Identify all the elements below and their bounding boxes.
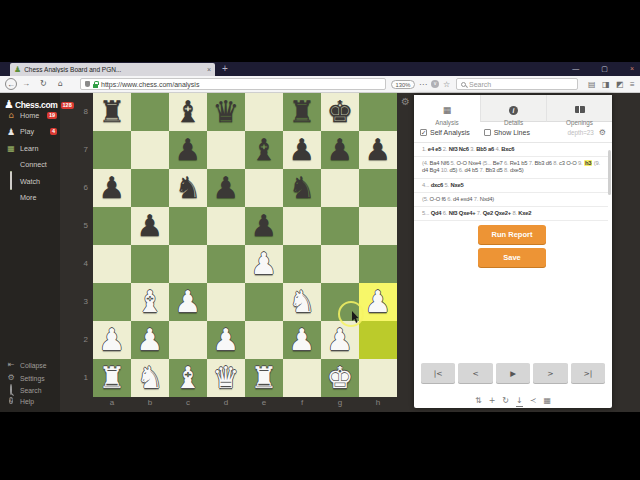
tab-openings[interactable]: Openings [546, 95, 612, 122]
square-a3[interactable] [93, 283, 131, 321]
square-f4[interactable] [283, 245, 321, 283]
square-b5[interactable]: ♟ [131, 207, 169, 245]
square-f6[interactable]: ♞ [283, 169, 321, 207]
rank-label-4: 4 [76, 245, 88, 283]
window-minimize-button[interactable]: — [572, 62, 579, 76]
move-token[interactable]: b5 [521, 160, 527, 166]
move-number: 10. [441, 167, 448, 173]
move-token[interactable]: Nf6 [441, 160, 449, 166]
square-a5[interactable] [93, 207, 131, 245]
move-number: 2. [443, 146, 447, 152]
analysis-panel: ▦ Analysis i Details Openings ✓ Self Ana… [414, 95, 612, 408]
black-pawn-d6[interactable]: ♟ [207, 169, 245, 207]
sidebar-item-connect[interactable]: Connect [0, 157, 60, 173]
square-g7[interactable]: ♟ [321, 131, 359, 169]
black-pawn-a6[interactable]: ♟ [93, 169, 131, 207]
cursor-highlight-ring [338, 301, 364, 327]
settings-gear-icon: ⚙ [6, 373, 16, 383]
play-badge: 4 [50, 128, 57, 135]
square-b3[interactable]: ♝ [131, 283, 169, 321]
browser-tab[interactable]: ♟ Chess Analysis Board and PGN... × [10, 63, 215, 76]
move-number: 8. [512, 210, 516, 216]
sidebar-item-learn[interactable]: ▦ Learn [0, 140, 60, 156]
white-knight-f3[interactable]: ♞ [283, 283, 321, 321]
reload-button[interactable]: ↻ [40, 78, 47, 90]
move-token[interactable]: d4 [422, 167, 428, 173]
move-token[interactable]: Nxd4) [480, 196, 494, 202]
window-close-button[interactable]: × [630, 62, 634, 76]
square-e1[interactable]: ♜ [245, 359, 283, 397]
square-h8[interactable] [359, 93, 397, 131]
show-lines-checkbox[interactable] [484, 129, 491, 136]
rank-label-7: 7 [76, 131, 88, 169]
watch-icon [5, 172, 17, 190]
file-label-h: h [359, 397, 397, 409]
square-e5[interactable]: ♟ [245, 207, 283, 245]
square-d4[interactable] [207, 245, 245, 283]
file-label-a: a [93, 397, 131, 409]
square-a4[interactable] [93, 245, 131, 283]
square-e3[interactable] [245, 283, 283, 321]
square-h3[interactable]: ♟ [359, 283, 397, 321]
tab-close-icon[interactable]: × [207, 66, 211, 73]
square-e7[interactable]: ♝ [245, 131, 283, 169]
white-pawn-h3[interactable]: ♟ [359, 283, 397, 321]
white-king-g1[interactable]: ♚ [321, 359, 359, 397]
collapse-icon: ⇤ [6, 360, 16, 370]
rank-label-8: 8 [76, 93, 88, 131]
black-king-g8[interactable]: ♚ [321, 93, 359, 131]
square-f1[interactable] [283, 359, 321, 397]
move-token[interactable]: a6 [488, 146, 494, 152]
square-d3[interactable] [207, 283, 245, 321]
file-label-f: f [283, 397, 321, 409]
move-token[interactable]: Ba4 [430, 160, 440, 166]
black-knight-c6[interactable]: ♞ [169, 169, 207, 207]
move-number: 6. [504, 160, 508, 166]
move-token[interactable]: O-O [456, 160, 466, 166]
black-bishop-e7[interactable]: ♝ [245, 131, 283, 169]
move-token[interactable]: d5 [497, 167, 503, 173]
page-actions-icon[interactable]: ⋯ [419, 79, 427, 90]
rank-label-2: 2 [76, 321, 88, 359]
home-icon: ⌂ [5, 110, 17, 120]
move-number: 5. [445, 182, 449, 188]
square-a2[interactable]: ♟ [93, 321, 131, 359]
square-g6[interactable] [321, 169, 359, 207]
move-number: (5... [482, 160, 491, 166]
move-line-5: 5... Qd4 6. Nf3 Qxe4+ 7. Qe2 Qxe2+ 8. Kx… [414, 207, 608, 221]
sidebar-item-help[interactable]: ? Help [0, 395, 60, 407]
move-token[interactable]: exd4 [461, 196, 473, 202]
square-d1[interactable]: ♛ [207, 359, 245, 397]
nav-last-button[interactable]: >| [571, 363, 605, 383]
move-number: 7. [474, 196, 478, 202]
move-token[interactable]: c3 [559, 160, 565, 166]
white-knight-b1[interactable]: ♞ [131, 359, 169, 397]
square-g1[interactable]: ♚ [321, 359, 359, 397]
openings-book-icon [575, 106, 585, 113]
nav-play-button[interactable]: ▶ [496, 363, 530, 383]
screen: ♟ Chess Analysis Board and PGN... × + — … [0, 0, 640, 480]
chess-board: ♜♝♛♜♚♟♝♟♟♟♟♞♟♞♟♟♟♝♟♞♟♟♟♟♟♟♜♞♝♛♜♚ [93, 93, 397, 397]
move-token[interactable]: Bg4 [429, 167, 439, 173]
move-token[interactable]: Be7 [493, 160, 503, 166]
black-queen-d8[interactable]: ♛ [207, 93, 245, 131]
square-e2[interactable] [245, 321, 283, 359]
move-line-3: 4... dxc6 5. Nxe5 [414, 179, 608, 193]
move-token[interactable]: e4 [428, 146, 434, 152]
reset-icon[interactable]: ↻ [502, 396, 509, 406]
file-label-d: d [207, 397, 245, 409]
white-pawn-e4[interactable]: ♟ [245, 245, 283, 283]
black-pawn-b5[interactable]: ♟ [131, 207, 169, 245]
file-labels: abcdefgh [93, 397, 397, 410]
sidebar-item-watch[interactable]: Watch [0, 173, 60, 189]
move-number: (4. [422, 160, 428, 166]
panel-tabs: ▦ Analysis i Details Openings [414, 95, 612, 122]
move-token[interactable]: O-O [430, 196, 440, 202]
square-b1[interactable]: ♞ [131, 359, 169, 397]
tracking-shield-icon[interactable] [85, 81, 90, 87]
https-lock-icon[interactable] [93, 84, 98, 88]
page-content: ♟ Chess.com 128 ⌂ Home 19 ♟ Play 4 ▦ Lea… [0, 93, 640, 412]
zoom-level-badge[interactable]: 130% [391, 80, 415, 89]
tab-title: Chess Analysis Board and PGN... [24, 66, 204, 73]
move-token[interactable]: dxc6 [431, 182, 443, 188]
square-e8[interactable] [245, 93, 283, 131]
black-pawn-c7[interactable]: ♟ [169, 131, 207, 169]
square-d5[interactable] [207, 207, 245, 245]
help-icon: ? [6, 396, 16, 406]
forward-button[interactable]: → [22, 78, 30, 90]
square-a8[interactable]: ♜ [93, 93, 131, 131]
move-number: (9. [594, 160, 600, 166]
hamburger-menu-icon[interactable]: ≡ [630, 79, 635, 90]
square-g5[interactable] [321, 207, 359, 245]
square-g8[interactable]: ♚ [321, 93, 359, 131]
square-c1[interactable]: ♝ [169, 359, 207, 397]
square-e4[interactable]: ♟ [245, 245, 283, 283]
board-tools-row: ⇅+↻↓≺▦ [414, 389, 612, 407]
share-icon[interactable]: ≺ [530, 396, 537, 406]
white-pawn-b2[interactable]: ♟ [131, 321, 169, 359]
square-c8[interactable]: ♝ [169, 93, 207, 131]
square-b2[interactable]: ♟ [131, 321, 169, 359]
square-b6[interactable] [131, 169, 169, 207]
square-h6[interactable] [359, 169, 397, 207]
file-label-b: b [131, 397, 169, 409]
rank-label-3: 3 [76, 283, 88, 321]
add-icon[interactable]: + [489, 396, 496, 406]
move-number: 6. [459, 167, 463, 173]
square-b4[interactable] [131, 245, 169, 283]
pocket-icon[interactable]: ∨ [431, 80, 439, 88]
square-c2[interactable] [169, 321, 207, 359]
black-bishop-c8[interactable]: ♝ [169, 93, 207, 131]
move-number: 9. [578, 160, 582, 166]
square-h2[interactable] [359, 321, 397, 359]
white-rook-a1[interactable]: ♜ [93, 359, 131, 397]
move-token[interactable]: Qxe4+ [459, 210, 476, 216]
square-f3[interactable]: ♞ [283, 283, 321, 321]
square-c6[interactable]: ♞ [169, 169, 207, 207]
move-token[interactable]: b5 [472, 167, 478, 173]
white-bishop-b3[interactable]: ♝ [131, 283, 169, 321]
move-token[interactable]: Bb3 [535, 160, 545, 166]
move-token[interactable]: Qe2 [483, 210, 493, 216]
board-settings-gear-icon[interactable]: ⚙ [401, 96, 410, 107]
save-button[interactable]: Save [478, 248, 546, 267]
file-label-c: c [169, 397, 207, 409]
chesscom-favicon: ♟ [14, 65, 21, 75]
square-c5[interactable] [169, 207, 207, 245]
file-label-e: e [245, 397, 283, 409]
home-badge: 19 [47, 112, 57, 119]
sidebar-search-icon [6, 385, 16, 395]
move-token[interactable]: d5) [450, 167, 458, 173]
home-button[interactable]: ⌂ [58, 78, 63, 90]
tab-bar: ♟ Chess Analysis Board and PGN... × + — … [0, 62, 640, 76]
account-icon[interactable]: ◩ [616, 79, 624, 90]
move-token[interactable]: Qd4 [431, 210, 442, 216]
self-analysis-checkbox[interactable]: ✓ [420, 129, 427, 136]
black-pawn-g7[interactable]: ♟ [321, 131, 359, 169]
black-pawn-e5[interactable]: ♟ [245, 207, 283, 245]
sidebars-icon[interactable]: ◨ [602, 79, 610, 90]
back-button[interactable]: ← [5, 78, 17, 90]
square-f2[interactable]: ♟ [283, 321, 321, 359]
url-text: https://www.chess.com/analysis [101, 81, 199, 88]
move-token[interactable]: Nc6 [459, 146, 469, 152]
nav-first-button[interactable]: |< [421, 363, 455, 383]
square-c7[interactable]: ♟ [169, 131, 207, 169]
square-d8[interactable]: ♛ [207, 93, 245, 131]
sidebar-item-play[interactable]: ♟ Play 4 [0, 124, 60, 140]
black-pawn-h7[interactable]: ♟ [359, 131, 397, 169]
analysis-settings-gear-icon[interactable]: ⚙ [599, 128, 606, 137]
square-e6[interactable] [245, 169, 283, 207]
run-report-button[interactable]: Run Report [478, 225, 546, 244]
download-icon[interactable]: ↓ [516, 396, 523, 407]
move-token[interactable]: d6 [546, 160, 552, 166]
window-controls: — ▢ × [572, 62, 634, 76]
move-token[interactable]: d4 [465, 167, 471, 173]
details-info-icon: i [509, 106, 518, 115]
sidebar-item-settings[interactable]: ⚙ Settings [0, 372, 60, 384]
move-token[interactable]: Qxe2+ [494, 210, 511, 216]
white-pawn-d2[interactable]: ♟ [207, 321, 245, 359]
square-a6[interactable]: ♟ [93, 169, 131, 207]
move-line-4: (5. O-O f6 6. d4 exd4 7. Nxd4) [414, 193, 608, 207]
play-icon: ♟ [5, 127, 17, 137]
black-rook-f8[interactable]: ♜ [283, 93, 321, 131]
rank-label-6: 6 [76, 169, 88, 207]
search-placeholder: Search [469, 81, 491, 88]
analysis-grid-icon: ▦ [443, 105, 452, 115]
move-number: (5. [422, 196, 428, 202]
search-bar[interactable]: Search [456, 78, 578, 90]
move-token[interactable]: Re1 [510, 160, 520, 166]
move-number: 3. [470, 146, 474, 152]
move-number: 6. [443, 210, 447, 216]
move-token[interactable]: Nxe4 [468, 160, 481, 166]
move-token[interactable]: Nf3 [449, 210, 458, 216]
square-d2[interactable]: ♟ [207, 321, 245, 359]
move-line-2: (4. Ba4 Nf6 5. O-O Nxe4 (5... Be7 6. Re1… [414, 157, 608, 178]
notification-badge: 128 [61, 102, 74, 109]
move-line-1: 1. e4 e5 2. Nf3 Nc6 3. Bb5 a6 4. Bxc6 [414, 143, 608, 157]
move-number: 8. [553, 160, 557, 166]
square-c4[interactable] [169, 245, 207, 283]
move-number: 5... [422, 210, 429, 216]
move-number: 5. [451, 160, 455, 166]
move-token[interactable]: Nf3 [449, 146, 458, 152]
chesscom-sidebar: ♟ Chess.com 128 ⌂ Home 19 ♟ Play 4 ▦ Lea… [0, 93, 60, 412]
move-number: 8. [504, 167, 508, 173]
black-pawn-f7[interactable]: ♟ [283, 131, 321, 169]
sidebar-item-collapse[interactable]: ⇤ Collapse [0, 359, 60, 371]
bookmark-star-icon[interactable]: ☆ [443, 79, 450, 90]
move-token[interactable]: dxe5) [510, 167, 524, 173]
square-d6[interactable]: ♟ [207, 169, 245, 207]
address-bar[interactable]: https://www.chess.com/analysis [80, 78, 386, 90]
white-rook-e1[interactable]: ♜ [245, 359, 283, 397]
square-g4[interactable] [321, 245, 359, 283]
move-token[interactable]: Kxe2 [518, 210, 531, 216]
white-bishop-c1[interactable]: ♝ [169, 359, 207, 397]
rank-labels: 87654321 [76, 93, 90, 397]
file-label-g: g [321, 397, 359, 409]
black-knight-f6[interactable]: ♞ [283, 169, 321, 207]
square-f8[interactable]: ♜ [283, 93, 321, 131]
white-pawn-a2[interactable]: ♟ [93, 321, 131, 359]
rank-label-5: 5 [76, 207, 88, 245]
tab-analysis[interactable]: ▦ Analysis [414, 95, 480, 122]
move-number: 7. [529, 160, 533, 166]
nav-next-button[interactable]: > [533, 363, 567, 383]
learn-icon: ▦ [5, 144, 17, 153]
move-list-scrollbar[interactable] [608, 150, 611, 195]
move-number: 4... [422, 182, 429, 188]
square-h7[interactable]: ♟ [359, 131, 397, 169]
move-token[interactable]: Bb3 [485, 167, 495, 173]
move-number: 7. [477, 210, 481, 216]
move-number: 4. [495, 146, 499, 152]
nav-previous-button[interactable]: < [458, 363, 492, 383]
white-pawn-f2[interactable]: ♟ [283, 321, 321, 359]
square-f5[interactable] [283, 207, 321, 245]
square-a1[interactable]: ♜ [93, 359, 131, 397]
window-maximize-button[interactable]: ▢ [601, 62, 608, 76]
move-nav-controls: |<<▶>>| [421, 363, 605, 383]
white-pawn-c3[interactable]: ♟ [169, 283, 207, 321]
move-list: 1. e4 e5 2. Nf3 Nc6 3. Bb5 a6 4. Bxc6(4.… [414, 143, 608, 221]
tab-details[interactable]: i Details [480, 95, 546, 122]
move-token[interactable]: Bxc6 [501, 146, 514, 152]
rank-label-1: 1 [76, 359, 88, 397]
square-c3[interactable]: ♟ [169, 283, 207, 321]
library-icon[interactable]: ▤ [588, 79, 596, 90]
move-number: 1. [422, 146, 426, 152]
black-rook-a8[interactable]: ♜ [93, 93, 131, 131]
square-h1[interactable] [359, 359, 397, 397]
board-editor-icon[interactable]: ▦ [543, 396, 551, 406]
square-h4[interactable] [359, 245, 397, 283]
white-queen-d1[interactable]: ♛ [207, 359, 245, 397]
analysis-options-row: ✓ Self Analysis Show Lines depth=23 ⚙ [414, 122, 612, 143]
move-token[interactable]: f6 [441, 196, 445, 202]
browser-window: ♟ Chess Analysis Board and PGN... × + — … [0, 62, 640, 412]
square-b8[interactable] [131, 93, 169, 131]
square-b7[interactable] [131, 131, 169, 169]
square-a7[interactable] [93, 131, 131, 169]
move-number: 7. [480, 167, 484, 173]
sidebar-item-home[interactable]: ⌂ Home 19 [0, 107, 60, 123]
current-move-h3[interactable]: h3 [584, 160, 592, 166]
browser-toolbar: ← → ↻ ⌂ https://www.chess.com/analysis 1… [0, 76, 640, 93]
square-d7[interactable] [207, 131, 245, 169]
move-token[interactable]: Nxe5 [450, 182, 463, 188]
new-tab-button[interactable]: + [222, 62, 228, 76]
move-token[interactable]: O-O [566, 160, 576, 166]
move-token[interactable]: d4 [453, 196, 459, 202]
move-number: 6. [447, 196, 451, 202]
sidebar-item-more[interactable]: More [0, 190, 60, 206]
engine-depth-label: depth=23 [567, 129, 593, 136]
flip-board-icon[interactable]: ⇅ [475, 396, 482, 406]
move-token[interactable]: e5 [435, 146, 441, 152]
move-token[interactable]: Bb5 [476, 146, 486, 152]
search-icon [461, 82, 466, 87]
square-f7[interactable]: ♟ [283, 131, 321, 169]
square-h5[interactable] [359, 207, 397, 245]
